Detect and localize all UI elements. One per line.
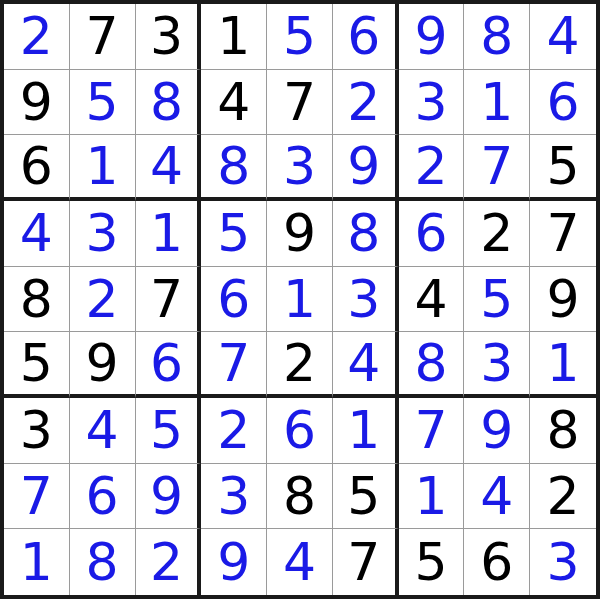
cell-r2c9[interactable]: 6: [530, 70, 596, 136]
cell-r8c2[interactable]: 6: [70, 464, 136, 530]
cell-r7c1[interactable]: 3: [4, 398, 70, 464]
cell-r3c4[interactable]: 8: [201, 135, 267, 201]
cell-r5c2[interactable]: 2: [70, 267, 136, 333]
cell-r2c1[interactable]: 9: [4, 70, 70, 136]
cell-r6c8[interactable]: 3: [464, 332, 530, 398]
cell-r1c5[interactable]: 5: [267, 4, 333, 70]
cell-r1c6[interactable]: 6: [333, 4, 399, 70]
cell-r7c6[interactable]: 1: [333, 398, 399, 464]
cell-r2c5[interactable]: 7: [267, 70, 333, 136]
cell-r3c2[interactable]: 1: [70, 135, 136, 201]
sudoku-board: 2731569849584723166148392754315986278276…: [0, 0, 600, 599]
cell-r9c5[interactable]: 4: [267, 529, 333, 595]
cell-r7c4[interactable]: 2: [201, 398, 267, 464]
cell-r5c4[interactable]: 6: [201, 267, 267, 333]
cell-r1c8[interactable]: 8: [464, 4, 530, 70]
cell-r4c5[interactable]: 9: [267, 201, 333, 267]
cell-r2c2[interactable]: 5: [70, 70, 136, 136]
cell-r2c3[interactable]: 8: [136, 70, 202, 136]
cell-r2c6[interactable]: 2: [333, 70, 399, 136]
cell-r5c1[interactable]: 8: [4, 267, 70, 333]
cell-r9c6[interactable]: 7: [333, 529, 399, 595]
cell-r4c7[interactable]: 6: [399, 201, 465, 267]
cell-r6c9[interactable]: 1: [530, 332, 596, 398]
cell-r4c6[interactable]: 8: [333, 201, 399, 267]
cell-r3c3[interactable]: 4: [136, 135, 202, 201]
cell-r1c4[interactable]: 1: [201, 4, 267, 70]
cell-r4c1[interactable]: 4: [4, 201, 70, 267]
cell-r6c7[interactable]: 8: [399, 332, 465, 398]
cell-r2c4[interactable]: 4: [201, 70, 267, 136]
cell-r7c7[interactable]: 7: [399, 398, 465, 464]
cell-r9c9[interactable]: 3: [530, 529, 596, 595]
cell-r7c8[interactable]: 9: [464, 398, 530, 464]
cell-r5c7[interactable]: 4: [399, 267, 465, 333]
cell-r3c6[interactable]: 9: [333, 135, 399, 201]
cell-r5c9[interactable]: 9: [530, 267, 596, 333]
cell-r6c5[interactable]: 2: [267, 332, 333, 398]
cell-r5c5[interactable]: 1: [267, 267, 333, 333]
cell-r5c6[interactable]: 3: [333, 267, 399, 333]
cell-r7c3[interactable]: 5: [136, 398, 202, 464]
cell-r4c8[interactable]: 2: [464, 201, 530, 267]
cell-r3c9[interactable]: 5: [530, 135, 596, 201]
cell-r6c6[interactable]: 4: [333, 332, 399, 398]
cell-r9c4[interactable]: 9: [201, 529, 267, 595]
cell-r3c7[interactable]: 2: [399, 135, 465, 201]
cell-r3c5[interactable]: 3: [267, 135, 333, 201]
cell-r5c8[interactable]: 5: [464, 267, 530, 333]
cell-r7c2[interactable]: 4: [70, 398, 136, 464]
cell-r9c3[interactable]: 2: [136, 529, 202, 595]
cell-r1c9[interactable]: 4: [530, 4, 596, 70]
cell-r9c2[interactable]: 8: [70, 529, 136, 595]
cell-r9c7[interactable]: 5: [399, 529, 465, 595]
cell-r4c3[interactable]: 1: [136, 201, 202, 267]
cell-r2c8[interactable]: 1: [464, 70, 530, 136]
cell-r7c5[interactable]: 6: [267, 398, 333, 464]
cell-r4c4[interactable]: 5: [201, 201, 267, 267]
cell-r6c3[interactable]: 6: [136, 332, 202, 398]
cell-r5c3[interactable]: 7: [136, 267, 202, 333]
cell-r3c1[interactable]: 6: [4, 135, 70, 201]
cell-r2c7[interactable]: 3: [399, 70, 465, 136]
cell-r8c1[interactable]: 7: [4, 464, 70, 530]
cell-r8c3[interactable]: 9: [136, 464, 202, 530]
cell-r8c8[interactable]: 4: [464, 464, 530, 530]
cell-r1c7[interactable]: 9: [399, 4, 465, 70]
cell-r8c6[interactable]: 5: [333, 464, 399, 530]
cell-r8c9[interactable]: 2: [530, 464, 596, 530]
cell-r1c1[interactable]: 2: [4, 4, 70, 70]
cell-r8c4[interactable]: 3: [201, 464, 267, 530]
cell-r3c8[interactable]: 7: [464, 135, 530, 201]
cell-r8c5[interactable]: 8: [267, 464, 333, 530]
cell-r1c3[interactable]: 3: [136, 4, 202, 70]
cell-r6c1[interactable]: 5: [4, 332, 70, 398]
cell-r6c4[interactable]: 7: [201, 332, 267, 398]
cell-r4c9[interactable]: 7: [530, 201, 596, 267]
cell-r7c9[interactable]: 8: [530, 398, 596, 464]
cell-r9c1[interactable]: 1: [4, 529, 70, 595]
cell-r6c2[interactable]: 9: [70, 332, 136, 398]
cell-r1c2[interactable]: 7: [70, 4, 136, 70]
cell-r9c8[interactable]: 6: [464, 529, 530, 595]
cell-r4c2[interactable]: 3: [70, 201, 136, 267]
cell-r8c7[interactable]: 1: [399, 464, 465, 530]
